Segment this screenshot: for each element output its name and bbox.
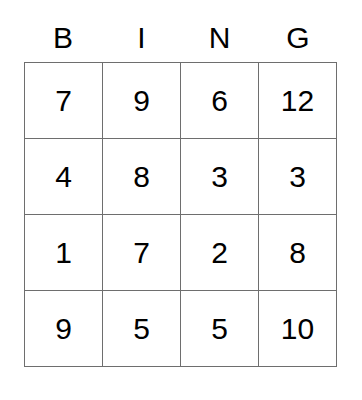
bingo-cell-r2c1[interactable]: 4 <box>25 139 102 214</box>
bingo-cell-r1c4[interactable]: 12 <box>259 63 336 138</box>
bingo-board: 7 9 6 12 4 8 3 3 1 7 2 8 9 5 5 10 <box>24 62 337 367</box>
bingo-cell-r2c3[interactable]: 3 <box>181 139 258 214</box>
bingo-cell-r1c1[interactable]: 7 <box>25 63 102 138</box>
bingo-cell-r2c4[interactable]: 3 <box>259 139 336 214</box>
bingo-cell-r3c3[interactable]: 2 <box>181 215 258 290</box>
header-letter-b: B <box>24 23 102 53</box>
bingo-cell-r4c2[interactable]: 5 <box>103 291 180 366</box>
bingo-cell-r3c4[interactable]: 8 <box>259 215 336 290</box>
bingo-cell-r2c2[interactable]: 8 <box>103 139 180 214</box>
bingo-header: B I N G <box>24 14 337 62</box>
header-letter-g: G <box>259 23 337 53</box>
bingo-cell-r3c2[interactable]: 7 <box>103 215 180 290</box>
bingo-cell-r1c3[interactable]: 6 <box>181 63 258 138</box>
bingo-cell-r4c1[interactable]: 9 <box>25 291 102 366</box>
bingo-cell-r3c1[interactable]: 1 <box>25 215 102 290</box>
bingo-cell-r4c4[interactable]: 10 <box>259 291 336 366</box>
bingo-cell-r1c2[interactable]: 9 <box>103 63 180 138</box>
header-letter-n: N <box>181 23 259 53</box>
bingo-card: B I N G 7 9 6 12 4 8 3 3 1 7 2 8 9 5 5 1… <box>0 0 362 400</box>
header-letter-i: I <box>102 23 180 53</box>
bingo-cell-r4c3[interactable]: 5 <box>181 291 258 366</box>
